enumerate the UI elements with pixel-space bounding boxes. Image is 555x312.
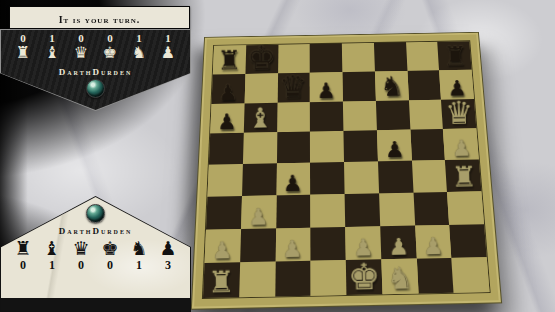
square-f8[interactable] <box>374 42 407 71</box>
square-a5[interactable] <box>209 133 244 165</box>
square-c3[interactable] <box>276 194 311 227</box>
square-c4[interactable]: ♟ <box>276 163 310 195</box>
white-pawn-b3[interactable]: ♟ <box>248 205 269 228</box>
white-bishop-b6[interactable]: ♝ <box>247 105 272 133</box>
square-d2[interactable] <box>310 227 345 261</box>
square-h3[interactable] <box>447 191 484 224</box>
captured-black-king: ♚0 <box>99 238 121 272</box>
captured-white-pawn: 1♟ <box>157 32 179 62</box>
white-pawn-h5[interactable]: ♟ <box>452 138 472 160</box>
black-pawn-f5[interactable]: ♟ <box>384 139 404 161</box>
square-f2[interactable]: ♟ <box>380 225 416 259</box>
player-name-bottom: DarthDurden <box>1 226 190 236</box>
square-a1[interactable]: ♜ <box>203 262 240 298</box>
black-king-b8[interactable]: ♚ <box>246 41 276 74</box>
square-b1[interactable] <box>239 262 275 298</box>
square-b5[interactable] <box>243 132 277 164</box>
turn-banner: It is your turn. <box>9 6 190 29</box>
captured-black-bishop: ♝1 <box>41 238 63 272</box>
square-c7[interactable]: ♛ <box>277 73 310 103</box>
square-g8[interactable] <box>406 42 440 71</box>
captured-white-knight: 1♞ <box>128 32 150 62</box>
square-e8[interactable] <box>342 43 375 72</box>
captured-white-bishop: 1♝ <box>41 32 63 62</box>
player-avatar-bottom <box>86 204 105 223</box>
black-queen-c7[interactable]: ♛ <box>279 71 307 102</box>
square-c2[interactable]: ♟ <box>275 227 310 261</box>
square-a3[interactable] <box>206 196 242 229</box>
square-e6[interactable] <box>343 100 377 131</box>
captured-white-queen: 0♛ <box>70 32 92 62</box>
square-d4[interactable] <box>310 162 344 194</box>
square-c6[interactable] <box>277 102 310 133</box>
square-d5[interactable] <box>310 131 344 163</box>
black-pawn-d7[interactable]: ♟ <box>317 80 337 102</box>
king-icon: ♚ <box>101 238 118 259</box>
captured-white-king: 0♚ <box>99 32 121 62</box>
square-h6[interactable]: ♛ <box>441 99 476 130</box>
square-f6[interactable] <box>376 100 410 131</box>
square-b8[interactable]: ♚ <box>245 45 278 74</box>
square-e4[interactable] <box>344 161 379 193</box>
player-avatar-top <box>86 79 105 98</box>
bishop-capture-count: 1 <box>49 259 55 272</box>
white-pawn-a2[interactable]: ♟ <box>212 239 233 263</box>
knight-icon: ♞ <box>130 238 147 259</box>
captured-black-knight: ♞1 <box>128 238 150 272</box>
knight-icon: ♞ <box>132 44 146 62</box>
white-pawn-c2[interactable]: ♟ <box>282 238 303 262</box>
captured-pieces-tray-top: 0♜1♝0♛0♚1♞1♟ <box>1 30 190 62</box>
queen-icon: ♛ <box>74 44 88 62</box>
turn-banner-text: It is your turn. <box>59 14 141 25</box>
captured-black-queen: ♛0 <box>70 238 92 272</box>
white-knight-f1[interactable]: ♞ <box>386 264 413 294</box>
square-h2[interactable] <box>449 224 486 258</box>
square-g5[interactable] <box>410 129 445 160</box>
square-f1[interactable]: ♞ <box>381 259 418 294</box>
square-d3[interactable] <box>310 194 345 227</box>
bottom-panel-strip <box>1 298 190 311</box>
square-f7[interactable]: ♞ <box>375 71 409 101</box>
square-g1[interactable] <box>416 258 453 293</box>
square-g4[interactable] <box>411 160 447 192</box>
square-g3[interactable] <box>413 192 449 225</box>
captured-black-rook: ♜0 <box>12 238 34 272</box>
rook-icon: ♜ <box>16 44 30 62</box>
square-b6[interactable]: ♝ <box>244 102 278 133</box>
black-pawn-c4[interactable]: ♟ <box>283 172 303 195</box>
board-scene: ♜♚♜♟♛♟♞♟♟♝♛♟♟♟♜♟♟♟♟♟♟♜♚♞ <box>188 0 518 312</box>
square-b4[interactable] <box>242 163 277 196</box>
captured-white-rook: 0♜ <box>12 32 34 62</box>
knight-capture-count: 1 <box>136 259 142 272</box>
white-pawn-f2[interactable]: ♟ <box>388 236 409 260</box>
bishop-icon: ♝ <box>43 238 60 259</box>
white-queen-h6[interactable]: ♛ <box>445 97 474 129</box>
board-grid: ♜♚♜♟♛♟♞♟♟♝♛♟♟♟♜♟♟♟♟♟♟♜♚♞ <box>202 40 491 299</box>
white-king-e1[interactable]: ♚ <box>347 258 380 295</box>
square-d7[interactable]: ♟ <box>310 72 343 102</box>
square-h5[interactable]: ♟ <box>443 129 479 160</box>
player-panel-top: It is your turn. 0♜1♝0♛0♚1♞1♟ DarthDurde… <box>0 6 191 111</box>
square-b7[interactable] <box>244 73 277 103</box>
square-a4[interactable] <box>207 164 242 197</box>
pawn-icon: ♟ <box>159 238 176 259</box>
square-d1[interactable] <box>311 260 347 296</box>
square-e7[interactable] <box>342 71 375 101</box>
player-name-top: DarthDurden <box>1 67 190 77</box>
square-h4[interactable]: ♜ <box>445 159 481 191</box>
king-capture-count: 0 <box>107 259 113 272</box>
square-a2[interactable]: ♟ <box>205 229 241 264</box>
square-a8[interactable]: ♜ <box>213 45 246 74</box>
top-panel-shape: 0♜1♝0♛0♚1♞1♟ DarthDurden <box>0 29 191 111</box>
square-d8[interactable] <box>310 44 342 73</box>
square-h8[interactable]: ♜ <box>437 41 471 70</box>
square-e1[interactable]: ♚ <box>346 260 382 295</box>
square-b3[interactable]: ♟ <box>241 195 276 228</box>
white-rook-a1[interactable]: ♜ <box>207 267 234 297</box>
square-g7[interactable] <box>407 70 441 100</box>
queen-icon: ♛ <box>72 238 89 259</box>
pawn-icon: ♟ <box>161 44 175 62</box>
king-icon: ♚ <box>103 44 117 62</box>
pawn-capture-count: 3 <box>165 259 171 272</box>
chess-board: ♜♚♜♟♛♟♞♟♟♝♛♟♟♟♜♟♟♟♟♟♟♜♚♞ <box>191 32 502 310</box>
square-e3[interactable] <box>345 193 380 226</box>
bottom-panel-shape: DarthDurden ♜0♝1♛0♚0♞1♟3 <box>0 196 191 312</box>
captured-pieces-tray-bottom: ♜0♝1♛0♚0♞1♟3 <box>1 238 190 272</box>
player-panel-bottom: DarthDurden ♜0♝1♛0♚0♞1♟3 <box>0 196 191 312</box>
black-rook-a8[interactable]: ♜ <box>217 47 241 74</box>
white-rook-h4[interactable]: ♜ <box>451 163 477 192</box>
square-f5[interactable]: ♟ <box>377 130 412 162</box>
bishop-icon: ♝ <box>45 44 59 62</box>
black-pawn-a7[interactable]: ♟ <box>218 82 237 104</box>
black-pawn-a6[interactable]: ♟ <box>217 112 237 134</box>
square-e5[interactable] <box>343 130 377 162</box>
rook-icon: ♜ <box>14 238 31 259</box>
black-rook-h8[interactable]: ♜ <box>443 43 468 70</box>
square-b2[interactable] <box>240 228 276 262</box>
game-screen: ♜♚♜♟♛♟♞♟♟♝♛♟♟♟♜♟♟♟♟♟♟♜♚♞ It is your turn… <box>0 0 555 312</box>
square-g2[interactable]: ♟ <box>415 224 452 258</box>
square-c1[interactable] <box>275 261 311 297</box>
black-knight-f7[interactable]: ♞ <box>379 73 404 101</box>
square-d6[interactable] <box>310 101 343 132</box>
square-g6[interactable] <box>408 99 443 130</box>
square-a6[interactable]: ♟ <box>210 103 244 134</box>
captured-black-pawn: ♟3 <box>157 238 179 272</box>
white-pawn-g2[interactable]: ♟ <box>423 235 444 258</box>
square-a7[interactable]: ♟ <box>212 74 246 104</box>
rook-capture-count: 0 <box>20 259 26 272</box>
square-h1[interactable] <box>452 257 490 292</box>
square-f4[interactable] <box>378 161 413 193</box>
queen-capture-count: 0 <box>78 259 84 272</box>
square-f3[interactable] <box>379 192 415 225</box>
square-c5[interactable] <box>276 132 310 164</box>
